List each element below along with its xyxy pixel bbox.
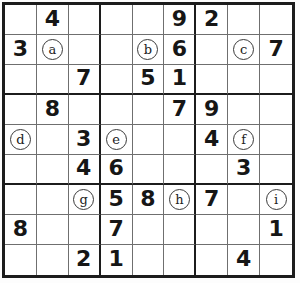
cell-r8c6[interactable] [164,215,196,245]
cell-r1c3[interactable] [69,5,101,35]
given-digit-4: 4 [45,8,60,30]
given-digit-8: 8 [45,98,60,120]
circled-letter-h: h [169,189,190,210]
cell-r2c6[interactable]: 6 [164,35,196,65]
cell-r4c7[interactable]: 9 [196,95,228,125]
cell-r5c1[interactable]: d [5,125,37,155]
cell-r3c8[interactable] [228,65,260,95]
cell-r1c2[interactable]: 4 [37,5,69,35]
given-digit-5: 5 [140,67,155,89]
cell-r3c5[interactable]: 5 [133,65,165,95]
cell-r5c9[interactable] [260,125,292,155]
given-digit-7: 7 [204,188,219,210]
cell-r8c7[interactable] [196,215,228,245]
given-digit-3: 3 [236,157,251,179]
cell-r9c7[interactable] [196,245,228,275]
cell-r6c8[interactable]: 3 [228,155,260,185]
cell-r5c3[interactable]: 3 [69,125,101,155]
cell-r8c1[interactable]: 8 [5,215,37,245]
given-digit-4: 4 [204,128,219,150]
cell-r6c4[interactable]: 6 [101,155,133,185]
cell-r8c5[interactable] [133,215,165,245]
cell-r8c3[interactable] [69,215,101,245]
cell-r9c4[interactable]: 1 [101,245,133,275]
cell-r2c9[interactable]: 7 [260,35,292,65]
cell-r8c2[interactable] [37,215,69,245]
given-digit-8: 8 [140,188,155,210]
cell-r3c6[interactable]: 1 [164,65,196,95]
cell-r6c5[interactable] [133,155,165,185]
cell-r2c2[interactable]: a [37,35,69,65]
cell-r1c1[interactable] [5,5,37,35]
cell-r6c9[interactable] [260,155,292,185]
cell-r1c4[interactable] [101,5,133,35]
circled-letter-g: g [73,189,94,210]
cell-r7c3[interactable]: g [69,185,101,215]
cell-r3c1[interactable] [5,65,37,95]
cell-r6c1[interactable] [5,155,37,185]
cell-r1c9[interactable] [260,5,292,35]
cell-r6c6[interactable] [164,155,196,185]
cell-r4c9[interactable] [260,95,292,125]
given-digit-9: 9 [204,98,219,120]
circled-letter-d: d [10,129,31,150]
cell-r4c3[interactable] [69,95,101,125]
cell-r7c5[interactable]: 8 [133,185,165,215]
cell-r5c6[interactable] [164,125,196,155]
cell-r1c7[interactable]: 2 [196,5,228,35]
cell-r3c3[interactable]: 7 [69,65,101,95]
cell-r6c2[interactable] [37,155,69,185]
cell-r7c7[interactable]: 7 [196,185,228,215]
cell-r3c9[interactable] [260,65,292,95]
cell-r8c8[interactable] [228,215,260,245]
cell-r7c6[interactable]: h [164,185,196,215]
given-digit-1: 1 [108,248,123,270]
given-digit-1: 1 [268,218,283,240]
cell-r2c4[interactable] [101,35,133,65]
cell-r4c6[interactable]: 7 [164,95,196,125]
cell-r4c5[interactable] [133,95,165,125]
cell-r4c8[interactable] [228,95,260,125]
given-digit-3: 3 [76,128,91,150]
given-digit-9: 9 [172,8,187,30]
circled-letter-c: c [233,39,254,60]
given-digit-6: 6 [108,157,123,179]
cell-r6c3[interactable]: 4 [69,155,101,185]
cell-r1c6[interactable]: 9 [164,5,196,35]
circled-letter-f: f [233,129,254,150]
cell-r7c9[interactable]: i [260,185,292,215]
cell-r7c8[interactable] [228,185,260,215]
given-digit-6: 6 [172,38,187,60]
given-digit-8: 8 [13,218,28,240]
cell-r5c8[interactable]: f [228,125,260,155]
cell-r9c6[interactable] [164,245,196,275]
cell-r9c3[interactable]: 2 [69,245,101,275]
cell-r5c2[interactable] [37,125,69,155]
cell-r7c4[interactable]: 5 [101,185,133,215]
given-digit-7: 7 [172,98,187,120]
cell-r4c1[interactable] [5,95,37,125]
given-digit-7: 7 [108,218,123,240]
given-digit-4: 4 [76,157,91,179]
given-digit-5: 5 [108,188,123,210]
given-digit-7: 7 [76,67,91,89]
cell-r3c7[interactable] [196,65,228,95]
given-digit-4: 4 [236,248,251,270]
cell-r2c7[interactable] [196,35,228,65]
circled-letter-i: i [266,189,287,210]
given-digit-1: 1 [172,67,187,89]
cell-r2c3[interactable] [69,35,101,65]
cell-r2c5[interactable]: b [133,35,165,65]
sudoku-page: 4923ab6c7751879d3e4f463g58h7i871214 [0,0,300,283]
given-digit-3: 3 [13,38,28,60]
cell-r9c1[interactable] [5,245,37,275]
circled-letter-b: b [137,39,158,60]
given-digit-2: 2 [204,8,219,30]
cell-r1c5[interactable] [133,5,165,35]
cell-r9c8[interactable]: 4 [228,245,260,275]
cell-r5c5[interactable] [133,125,165,155]
cell-r4c4[interactable] [101,95,133,125]
cell-r4c2[interactable]: 8 [37,95,69,125]
cell-r6c7[interactable] [196,155,228,185]
given-digit-2: 2 [76,248,91,270]
cell-r9c9[interactable] [260,245,292,275]
cell-r2c1[interactable]: 3 [5,35,37,65]
cell-r8c4[interactable]: 7 [101,215,133,245]
cell-r5c7[interactable]: 4 [196,125,228,155]
cell-r3c4[interactable] [101,65,133,95]
cell-r9c5[interactable] [133,245,165,275]
sudoku-board: 4923ab6c7751879d3e4f463g58h7i871214 [2,2,295,278]
circled-letter-e: e [106,129,127,150]
cell-r1c8[interactable] [228,5,260,35]
cell-r7c2[interactable] [37,185,69,215]
cell-r5c4[interactable]: e [101,125,133,155]
circled-letter-a: a [42,39,63,60]
cell-r9c2[interactable] [37,245,69,275]
cell-r7c1[interactable] [5,185,37,215]
cell-r3c2[interactable] [37,65,69,95]
cell-r2c8[interactable]: c [228,35,260,65]
cell-r8c9[interactable]: 1 [260,215,292,245]
given-digit-7: 7 [268,38,283,60]
